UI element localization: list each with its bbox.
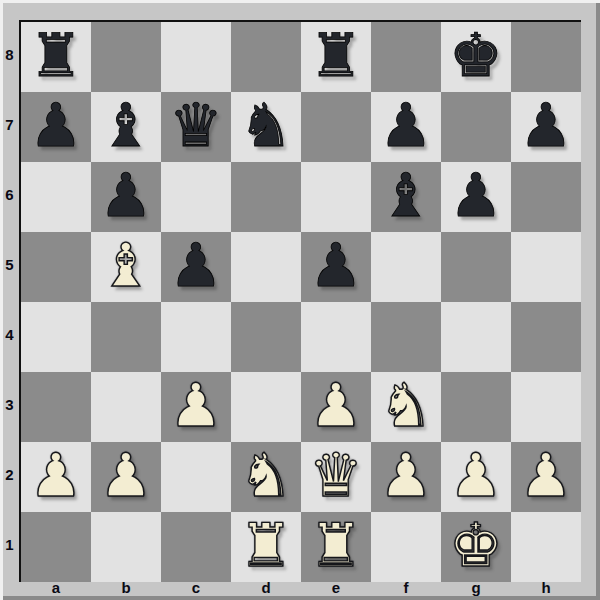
white-king[interactable]: ♚ xyxy=(449,510,503,580)
square-g2[interactable]: ♟ xyxy=(441,442,511,512)
square-h2[interactable]: ♟ xyxy=(511,442,581,512)
black-pawn[interactable]: ♟ xyxy=(309,230,363,300)
rank-labels: 87654321 xyxy=(0,20,19,580)
square-c3[interactable]: ♟ xyxy=(161,372,231,442)
square-f6[interactable]: ♝ xyxy=(371,162,441,232)
square-f3[interactable]: ♞ xyxy=(371,372,441,442)
file-label-h: h xyxy=(511,580,581,597)
square-c2[interactable] xyxy=(161,442,231,512)
square-d2[interactable]: ♞ xyxy=(231,442,301,512)
white-pawn[interactable]: ♟ xyxy=(519,440,573,510)
square-b7[interactable]: ♝ xyxy=(91,92,161,162)
rank-label-5: 5 xyxy=(0,230,19,300)
white-pawn[interactable]: ♟ xyxy=(379,440,433,510)
file-label-g: g xyxy=(441,580,511,597)
square-h6[interactable] xyxy=(511,162,581,232)
square-h5[interactable] xyxy=(511,232,581,302)
white-pawn[interactable]: ♟ xyxy=(29,440,83,510)
file-label-a: a xyxy=(21,580,91,597)
black-pawn[interactable]: ♟ xyxy=(99,160,153,230)
square-d5[interactable] xyxy=(231,232,301,302)
rank-label-6: 6 xyxy=(0,160,19,230)
square-e1[interactable]: ♜ xyxy=(301,512,371,582)
square-g6[interactable]: ♟ xyxy=(441,162,511,232)
square-b4[interactable] xyxy=(91,302,161,372)
square-b8[interactable] xyxy=(91,22,161,92)
square-f5[interactable] xyxy=(371,232,441,302)
square-d4[interactable] xyxy=(231,302,301,372)
square-c1[interactable] xyxy=(161,512,231,582)
square-e3[interactable]: ♟ xyxy=(301,372,371,442)
black-rook[interactable]: ♜ xyxy=(29,20,83,90)
square-g4[interactable] xyxy=(441,302,511,372)
black-pawn[interactable]: ♟ xyxy=(449,160,503,230)
black-king[interactable]: ♚ xyxy=(449,20,503,90)
square-f8[interactable] xyxy=(371,22,441,92)
square-f7[interactable]: ♟ xyxy=(371,92,441,162)
file-label-f: f xyxy=(371,580,441,597)
chess-board: ♜♜♚♟♝♛♞♟♟♟♝♟♝♟♟♟♟♞♟♟♞♛♟♟♟♜♜♚ xyxy=(19,20,581,582)
square-h8[interactable] xyxy=(511,22,581,92)
black-bishop[interactable]: ♝ xyxy=(379,160,433,230)
square-f4[interactable] xyxy=(371,302,441,372)
white-pawn[interactable]: ♟ xyxy=(449,440,503,510)
white-knight[interactable]: ♞ xyxy=(379,370,433,440)
white-knight[interactable]: ♞ xyxy=(239,440,293,510)
square-a7[interactable]: ♟ xyxy=(21,92,91,162)
square-b1[interactable] xyxy=(91,512,161,582)
square-a8[interactable]: ♜ xyxy=(21,22,91,92)
rank-label-4: 4 xyxy=(0,300,19,370)
rank-label-8: 8 xyxy=(0,20,19,90)
square-g3[interactable] xyxy=(441,372,511,442)
square-d8[interactable] xyxy=(231,22,301,92)
black-rook[interactable]: ♜ xyxy=(309,20,363,90)
square-e2[interactable]: ♛ xyxy=(301,442,371,512)
rank-label-2: 2 xyxy=(0,440,19,510)
square-d1[interactable]: ♜ xyxy=(231,512,301,582)
rank-label-3: 3 xyxy=(0,370,19,440)
white-rook[interactable]: ♜ xyxy=(239,510,293,580)
black-pawn[interactable]: ♟ xyxy=(519,90,573,160)
black-pawn[interactable]: ♟ xyxy=(29,90,83,160)
square-b3[interactable] xyxy=(91,372,161,442)
square-e8[interactable]: ♜ xyxy=(301,22,371,92)
black-knight[interactable]: ♞ xyxy=(239,90,293,160)
file-label-e: e xyxy=(301,580,371,597)
square-h3[interactable] xyxy=(511,372,581,442)
file-label-c: c xyxy=(161,580,231,597)
square-c4[interactable] xyxy=(161,302,231,372)
square-c7[interactable]: ♛ xyxy=(161,92,231,162)
square-a4[interactable] xyxy=(21,302,91,372)
file-label-d: d xyxy=(231,580,301,597)
square-a2[interactable]: ♟ xyxy=(21,442,91,512)
square-e5[interactable]: ♟ xyxy=(301,232,371,302)
black-queen[interactable]: ♛ xyxy=(169,90,223,160)
black-pawn[interactable]: ♟ xyxy=(169,230,223,300)
square-e7[interactable] xyxy=(301,92,371,162)
rank-label-1: 1 xyxy=(0,510,19,580)
square-f2[interactable]: ♟ xyxy=(371,442,441,512)
square-e4[interactable] xyxy=(301,302,371,372)
file-labels: abcdefgh xyxy=(21,580,581,597)
square-b2[interactable]: ♟ xyxy=(91,442,161,512)
square-a6[interactable] xyxy=(21,162,91,232)
square-e6[interactable] xyxy=(301,162,371,232)
square-c5[interactable]: ♟ xyxy=(161,232,231,302)
square-a3[interactable] xyxy=(21,372,91,442)
square-d3[interactable] xyxy=(231,372,301,442)
square-h1[interactable] xyxy=(511,512,581,582)
white-queen[interactable]: ♛ xyxy=(309,440,363,510)
square-h7[interactable]: ♟ xyxy=(511,92,581,162)
square-b6[interactable]: ♟ xyxy=(91,162,161,232)
square-d7[interactable]: ♞ xyxy=(231,92,301,162)
black-bishop[interactable]: ♝ xyxy=(99,90,153,160)
file-label-b: b xyxy=(91,580,161,597)
square-h4[interactable] xyxy=(511,302,581,372)
board-frame: 87654321 abcdefgh ♜♜♚♟♝♛♞♟♟♟♝♟♝♟♟♟♟♞♟♟♞♛… xyxy=(0,0,600,600)
white-pawn[interactable]: ♟ xyxy=(99,440,153,510)
square-g5[interactable] xyxy=(441,232,511,302)
black-pawn[interactable]: ♟ xyxy=(379,90,433,160)
square-c8[interactable] xyxy=(161,22,231,92)
square-g8[interactable]: ♚ xyxy=(441,22,511,92)
square-c6[interactable] xyxy=(161,162,231,232)
square-f1[interactable] xyxy=(371,512,441,582)
square-a1[interactable] xyxy=(21,512,91,582)
rank-label-7: 7 xyxy=(0,90,19,160)
square-b5[interactable]: ♝ xyxy=(91,232,161,302)
white-pawn[interactable]: ♟ xyxy=(309,370,363,440)
square-g7[interactable] xyxy=(441,92,511,162)
square-d6[interactable] xyxy=(231,162,301,232)
white-pawn[interactable]: ♟ xyxy=(169,370,223,440)
white-rook[interactable]: ♜ xyxy=(309,510,363,580)
square-g1[interactable]: ♚ xyxy=(441,512,511,582)
square-a5[interactable] xyxy=(21,232,91,302)
white-bishop[interactable]: ♝ xyxy=(99,230,153,300)
